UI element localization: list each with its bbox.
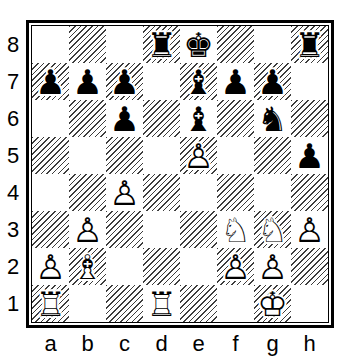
square-e1[interactable] (180, 285, 217, 322)
piece-white-pawn: ♟♙ (254, 248, 291, 285)
square-e2[interactable] (180, 248, 217, 285)
piece-white-bishop: ♝♗ (69, 248, 106, 285)
rank-label-6: 6 (0, 100, 26, 137)
piece-black-pawn: ♟ (32, 63, 69, 100)
square-d4[interactable] (143, 174, 180, 211)
piece-white-pawn: ♟♙ (291, 211, 328, 248)
piece-white-pawn: ♟♙ (69, 211, 106, 248)
square-e7[interactable]: ♝ (180, 63, 217, 100)
file-label-b: b (69, 331, 106, 357)
square-c8[interactable] (106, 26, 143, 63)
square-d2[interactable] (143, 248, 180, 285)
square-h5[interactable]: ♟ (291, 137, 328, 174)
piece-black-rook: ♜ (143, 26, 180, 63)
piece-black-bishop: ♝ (180, 63, 217, 100)
piece-black-pawn: ♟ (69, 63, 106, 100)
file-label-e: e (180, 331, 217, 357)
rank-label-5: 5 (0, 137, 26, 174)
square-f7[interactable]: ♟ (217, 63, 254, 100)
file-label-g: g (254, 331, 291, 357)
square-b7[interactable]: ♟ (69, 63, 106, 100)
rank-label-4: 4 (0, 174, 26, 211)
rank-label-7: 7 (0, 63, 26, 100)
square-f3[interactable]: ♞♘ (217, 211, 254, 248)
file-label-f: f (217, 331, 254, 357)
rank-labels: 8 7 6 5 4 3 2 1 (0, 26, 26, 322)
square-f6[interactable] (217, 100, 254, 137)
square-c6[interactable]: ♟ (106, 100, 143, 137)
square-g1[interactable]: ♚♔ (254, 285, 291, 322)
square-a4[interactable] (32, 174, 69, 211)
rank-label-8: 8 (0, 26, 26, 63)
square-c3[interactable] (106, 211, 143, 248)
piece-black-pawn: ♟ (106, 63, 143, 100)
square-a7[interactable]: ♟ (32, 63, 69, 100)
square-c2[interactable] (106, 248, 143, 285)
square-b4[interactable] (69, 174, 106, 211)
piece-black-rook: ♜ (291, 26, 328, 63)
piece-black-pawn: ♟ (217, 63, 254, 100)
square-e3[interactable] (180, 211, 217, 248)
board-frame: ♜♚♜♟♟♟♝♟♟♟♝♞♟♙♟♟♙♟♙♞♘♞♘♟♙♟♙♝♗♟♙♟♙♜♖♜♖♚♔ (26, 20, 334, 328)
square-e8[interactable]: ♚ (180, 26, 217, 63)
square-g4[interactable] (254, 174, 291, 211)
square-a8[interactable] (32, 26, 69, 63)
file-label-h: h (291, 331, 328, 357)
square-c4[interactable]: ♟♙ (106, 174, 143, 211)
square-d8[interactable]: ♜ (143, 26, 180, 63)
piece-white-rook: ♜♖ (32, 285, 69, 322)
square-h7[interactable] (291, 63, 328, 100)
piece-white-pawn: ♟♙ (106, 174, 143, 211)
square-g5[interactable] (254, 137, 291, 174)
square-h4[interactable] (291, 174, 328, 211)
piece-black-pawn: ♟ (106, 100, 143, 137)
square-e6[interactable]: ♝ (180, 100, 217, 137)
chess-board: ♜♚♜♟♟♟♝♟♟♟♝♞♟♙♟♟♙♟♙♞♘♞♘♟♙♟♙♝♗♟♙♟♙♜♖♜♖♚♔ (32, 26, 328, 322)
piece-white-rook: ♜♖ (143, 285, 180, 322)
piece-white-pawn: ♟♙ (217, 248, 254, 285)
square-h3[interactable]: ♟♙ (291, 211, 328, 248)
square-b3[interactable]: ♟♙ (69, 211, 106, 248)
piece-black-pawn: ♟ (254, 63, 291, 100)
square-c5[interactable] (106, 137, 143, 174)
rank-label-1: 1 (0, 285, 26, 322)
piece-white-pawn: ♟♙ (180, 137, 217, 174)
square-g2[interactable]: ♟♙ (254, 248, 291, 285)
square-a1[interactable]: ♜♖ (32, 285, 69, 322)
square-g7[interactable]: ♟ (254, 63, 291, 100)
square-b2[interactable]: ♝♗ (69, 248, 106, 285)
square-f2[interactable]: ♟♙ (217, 248, 254, 285)
square-a2[interactable]: ♟♙ (32, 248, 69, 285)
rank-label-3: 3 (0, 211, 26, 248)
piece-white-knight: ♞♘ (254, 211, 291, 248)
square-a3[interactable] (32, 211, 69, 248)
square-g8[interactable] (254, 26, 291, 63)
file-label-c: c (106, 331, 143, 357)
square-b6[interactable] (69, 100, 106, 137)
square-b1[interactable] (69, 285, 106, 322)
square-a6[interactable] (32, 100, 69, 137)
square-h8[interactable]: ♜ (291, 26, 328, 63)
piece-black-pawn: ♟ (291, 137, 328, 174)
square-d6[interactable] (143, 100, 180, 137)
square-d1[interactable]: ♜♖ (143, 285, 180, 322)
square-c1[interactable] (106, 285, 143, 322)
chess-diagram: 8 7 6 5 4 3 2 1 ♜♚♜♟♟♟♝♟♟♟♝♞♟♙♟♟♙♟♙♞♘♞♘♟… (0, 0, 360, 360)
square-e4[interactable] (180, 174, 217, 211)
square-f5[interactable] (217, 137, 254, 174)
piece-white-knight: ♞♘ (217, 211, 254, 248)
board-inner-border: ♜♚♜♟♟♟♝♟♟♟♝♞♟♙♟♟♙♟♙♞♘♞♘♟♙♟♙♝♗♟♙♟♙♜♖♜♖♚♔ (31, 25, 329, 323)
square-d3[interactable] (143, 211, 180, 248)
file-label-a: a (32, 331, 69, 357)
square-a5[interactable] (32, 137, 69, 174)
piece-white-king: ♚♔ (254, 285, 291, 322)
square-d7[interactable] (143, 63, 180, 100)
piece-white-pawn: ♟♙ (32, 248, 69, 285)
square-f1[interactable] (217, 285, 254, 322)
file-label-d: d (143, 331, 180, 357)
square-b8[interactable] (69, 26, 106, 63)
piece-black-knight: ♞ (254, 100, 291, 137)
square-g3[interactable]: ♞♘ (254, 211, 291, 248)
file-labels: a b c d e f g h (32, 331, 328, 357)
piece-black-bishop: ♝ (180, 100, 217, 137)
piece-black-king: ♚ (180, 26, 217, 63)
square-h2[interactable] (291, 248, 328, 285)
square-c7[interactable]: ♟ (106, 63, 143, 100)
square-b5[interactable] (69, 137, 106, 174)
rank-label-2: 2 (0, 248, 26, 285)
square-e5[interactable]: ♟♙ (180, 137, 217, 174)
square-f4[interactable] (217, 174, 254, 211)
square-h1[interactable] (291, 285, 328, 322)
square-h6[interactable] (291, 100, 328, 137)
square-d5[interactable] (143, 137, 180, 174)
square-g6[interactable]: ♞ (254, 100, 291, 137)
square-f8[interactable] (217, 26, 254, 63)
